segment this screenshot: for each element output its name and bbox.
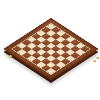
brass-hinge: [96, 57, 99, 60]
brass-hinge: [9, 55, 12, 58]
chess-board[interactable]: [3, 18, 98, 80]
brass-hinge: [93, 60, 96, 63]
chessboard-photo: [0, 0, 100, 100]
